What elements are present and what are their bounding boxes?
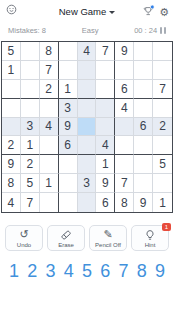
cell-r8c2[interactable]: 5 [21,174,40,193]
cell-r4c2[interactable] [21,99,40,118]
cell-r7c6[interactable]: 1 [96,155,115,174]
cell-r7c2[interactable]: 2 [21,155,40,174]
cell-r2c1[interactable]: 1 [2,61,21,80]
toolbar: ↺ Undo Erase ✎ Pencil Off 1 [0,225,174,251]
eraser-icon [60,229,72,241]
cell-r7c8[interactable] [134,155,153,174]
cell-r1c5[interactable]: 4 [78,42,97,61]
top-right-icons: ⚙ [142,3,169,21]
cell-r7c9[interactable]: 5 [153,155,172,174]
cell-r9c9[interactable]: 1 [153,193,172,212]
cell-r5c3[interactable]: 4 [40,118,59,137]
cell-r7c3[interactable] [40,155,59,174]
undo-button[interactable]: ↺ Undo [5,225,43,251]
cell-r4c3[interactable] [40,99,59,118]
cell-r3c5[interactable] [78,80,97,99]
cell-r6c9[interactable] [153,136,172,155]
cell-r3c3[interactable]: 2 [40,80,59,99]
cell-r3c2[interactable] [21,80,40,99]
cell-r1c7[interactable]: 9 [115,42,134,61]
cell-r9c3[interactable] [40,193,59,212]
new-game-label: New Game [59,6,107,17]
cell-r8c5[interactable]: 3 [78,174,97,193]
cell-r2c3[interactable]: 7 [40,61,59,80]
cell-r4c7[interactable]: 4 [115,99,134,118]
cell-r9c5[interactable] [78,193,97,212]
status-bar: Mistakes: 8 Easy 00 : 24 [0,25,174,35]
cell-r2c2[interactable] [21,61,40,80]
cell-r9c4[interactable] [59,193,78,212]
cell-r5c7[interactable] [115,118,134,137]
caret-down-icon [109,11,115,14]
cell-r6c7[interactable] [115,136,134,155]
cell-r2c6[interactable] [96,61,115,80]
mistakes-counter: Mistakes: 8 [8,26,46,35]
cell-r6c8[interactable] [134,136,153,155]
erase-button[interactable]: Erase [47,225,85,251]
cell-r7c7[interactable] [115,155,134,174]
gear-icon[interactable]: ⚙ [159,7,169,18]
numpad-1[interactable]: 1 [9,261,19,281]
cell-r1c6[interactable]: 7 [96,42,115,61]
cell-r2c8[interactable] [134,61,153,80]
cell-r6c1[interactable]: 2 [2,136,21,155]
cell-r1c9[interactable] [153,42,172,61]
timer: 00 : 24 [134,26,157,35]
cell-r2c7[interactable] [115,61,134,80]
cell-r4c8[interactable] [134,99,153,118]
pencil-icon: ✎ [103,229,112,241]
cell-r8c6[interactable]: 9 [96,174,115,193]
cell-r4c9[interactable] [153,99,172,118]
cell-r3c8[interactable] [134,80,153,99]
cell-r4c6[interactable] [96,99,115,118]
erase-label: Erase [58,242,74,248]
numpad-3[interactable]: 3 [45,261,55,281]
numpad-9[interactable]: 9 [155,261,165,281]
cell-r3c7[interactable]: 6 [115,80,134,99]
cell-r1c2[interactable] [21,42,40,61]
cell-r1c1[interactable]: 5 [2,42,21,61]
cell-r3c4[interactable]: 1 [59,80,78,99]
numpad-5[interactable]: 5 [82,261,92,281]
numpad-4[interactable]: 4 [64,261,74,281]
cell-r8c3[interactable]: 1 [40,174,59,193]
cell-r6c3[interactable] [40,136,59,155]
cell-r2c4[interactable] [59,61,78,80]
undo-icon: ↺ [19,229,28,241]
cell-r5c1[interactable] [2,118,21,137]
cell-r7c5[interactable] [78,155,97,174]
cell-r8c8[interactable] [134,174,153,193]
cell-r5c9[interactable]: 2 [153,118,172,137]
cell-r5c6[interactable] [96,118,115,137]
cell-r9c8[interactable]: 9 [134,193,153,212]
pause-button[interactable] [160,27,166,34]
difficulty-label: Easy [82,26,99,35]
cell-r4c4[interactable]: 3 [59,99,78,118]
numpad-2[interactable]: 2 [27,261,37,281]
hint-label: Hint [145,242,156,248]
hint-badge: 1 [162,223,171,231]
numpad-7[interactable]: 7 [118,261,128,281]
cell-r2c5[interactable] [78,61,97,80]
numpad-8[interactable]: 8 [137,261,147,281]
cell-r9c6[interactable]: 6 [96,193,115,212]
sudoku-app: New Game ⚙ Mistakes: 8 Easy 00 : 24 5847… [0,0,174,310]
hint-button[interactable]: 1 Hint [131,225,169,251]
undo-label: Undo [17,242,31,248]
numpad-6[interactable]: 6 [100,261,110,281]
cell-r5c4[interactable]: 9 [59,118,78,137]
top-bar: New Game ⚙ [0,0,174,19]
trophy-icon[interactable] [142,3,155,21]
cell-r1c8[interactable] [134,42,153,61]
cell-r5c8[interactable]: 6 [134,118,153,137]
number-pad: 123456789 [0,261,174,281]
cell-r8c9[interactable] [153,174,172,193]
cell-r6c2[interactable]: 1 [21,136,40,155]
cell-r6c6[interactable]: 4 [96,136,115,155]
cell-r4c5[interactable] [78,99,97,118]
cell-r1c3[interactable]: 8 [40,42,59,61]
cell-r7c1[interactable]: 9 [2,155,21,174]
cell-r1c4[interactable] [59,42,78,61]
sudoku-board: 58479172167343496221649215851397476891 [1,41,173,213]
pencil-label: Pencil Off [95,242,121,248]
cell-r2c9[interactable] [153,61,172,80]
cell-r8c1[interactable]: 8 [2,174,21,193]
cell-r9c7[interactable]: 8 [115,193,134,212]
cell-r6c4[interactable]: 6 [59,136,78,155]
cell-r5c5[interactable] [78,118,97,137]
cell-r6c5[interactable] [78,136,97,155]
cell-r8c7[interactable]: 7 [115,174,134,193]
cell-r7c4[interactable] [59,155,78,174]
cell-r3c9[interactable]: 7 [153,80,172,99]
lightbulb-icon [144,229,156,241]
cell-r9c1[interactable]: 4 [2,193,21,212]
cell-r9c2[interactable]: 7 [21,193,40,212]
cell-r3c1[interactable] [2,80,21,99]
cell-r4c1[interactable] [2,99,21,118]
timer-group: 00 : 24 [134,26,166,35]
pencil-button[interactable]: ✎ Pencil Off [89,225,127,251]
cell-r3c6[interactable] [96,80,115,99]
cell-r5c2[interactable]: 3 [21,118,40,137]
cell-r8c4[interactable] [59,174,78,193]
